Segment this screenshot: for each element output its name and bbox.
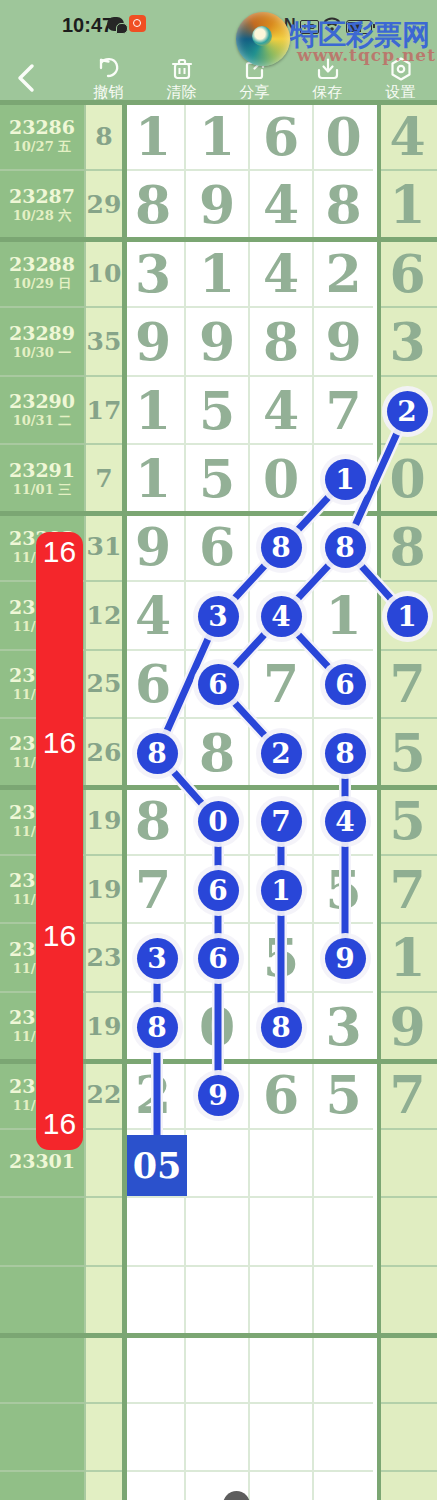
streak-count: 16 (36, 535, 83, 569)
clock-time: 10:47 (62, 14, 113, 37)
circled-number[interactable]: 8 (261, 527, 302, 568)
circled-number[interactable]: 0 (198, 801, 239, 842)
site-logo-swirl (236, 12, 290, 66)
circled-number[interactable]: 9 (198, 1075, 239, 1116)
undo-icon (95, 55, 122, 82)
save-label: 保存 (313, 84, 343, 100)
circled-number[interactable]: 2 (387, 391, 428, 432)
circled-number[interactable]: 8 (325, 527, 366, 568)
undo-button[interactable]: 撤销 (72, 55, 145, 103)
circled-number[interactable]: 6 (198, 870, 239, 911)
circled-number[interactable]: 4 (325, 801, 366, 842)
streak-count: 16 (36, 919, 83, 953)
circled-number[interactable]: 8 (261, 1007, 302, 1048)
circled-number[interactable]: 3 (137, 938, 178, 979)
streak-count: 16 (36, 726, 83, 760)
circled-number[interactable]: 3 (198, 596, 239, 637)
share-label: 分享 (240, 84, 270, 100)
miss-streak-banner: 16161616 (36, 532, 83, 1150)
circled-number[interactable]: 1 (387, 596, 428, 637)
settings-label: 设置 (386, 84, 416, 100)
circled-number[interactable]: 4 (261, 596, 302, 637)
circled-number[interactable]: 6 (198, 938, 239, 979)
circled-number[interactable]: 9 (325, 938, 366, 979)
circled-number[interactable]: 6 (198, 664, 239, 705)
circled-number[interactable]: 1 (261, 870, 302, 911)
streak-count: 16 (36, 1107, 83, 1141)
wechat-icon (107, 17, 124, 31)
trash-icon (169, 55, 195, 82)
next-draw-pick-box[interactable]: 05 (127, 1135, 187, 1196)
lottery-chart-app: 10:47 N HD 特区彩票网 www.tqcp.net 撤销 清除 (0, 0, 437, 1500)
undo-label: 撤销 (94, 84, 124, 100)
circled-number[interactable]: 8 (325, 733, 366, 774)
clear-button[interactable]: 清除 (145, 55, 218, 103)
circled-number[interactable]: 1 (325, 459, 366, 500)
circled-number[interactable]: 8 (137, 733, 178, 774)
circled-number[interactable]: 7 (261, 801, 302, 842)
back-button[interactable] (12, 61, 42, 95)
circled-number[interactable]: 8 (137, 1007, 178, 1048)
circled-number[interactable]: 6 (325, 664, 366, 705)
watermark-url: www.tqcp.net (297, 45, 436, 65)
kuaishou-icon (129, 15, 146, 32)
circled-number[interactable]: 2 (261, 733, 302, 774)
clear-label: 清除 (167, 84, 197, 100)
